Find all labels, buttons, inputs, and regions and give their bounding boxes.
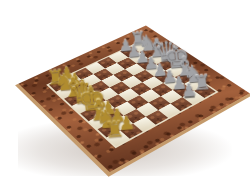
scene: ♜♞♝♛♚♝♞♜♟♟♟♟♟♟♟♟♟♟♟♟♟♟♟♟♜♞♝♛♚♝♞♜ [0, 0, 250, 184]
square-h8: ♜ [194, 85, 216, 98]
chess-board: ♜♞♝♛♚♝♞♜♟♟♟♟♟♟♟♟♟♟♟♟♟♟♟♟♜♞♝♛♚♝♞♜ [15, 26, 250, 177]
photo-background: ♜♞♝♛♚♝♞♜♟♟♟♟♟♟♟♟♟♟♟♟♟♟♟♟♜♞♝♛♚♝♞♜ [0, 0, 250, 184]
board-grid: ♜♞♝♛♚♝♞♜♟♟♟♟♟♟♟♟♟♟♟♟♟♟♟♟♜♞♝♛♚♝♞♜ [46, 40, 218, 148]
piece-silver-pawn: ♟ [180, 81, 197, 100]
piece-gold-rook: ♜ [104, 118, 122, 141]
